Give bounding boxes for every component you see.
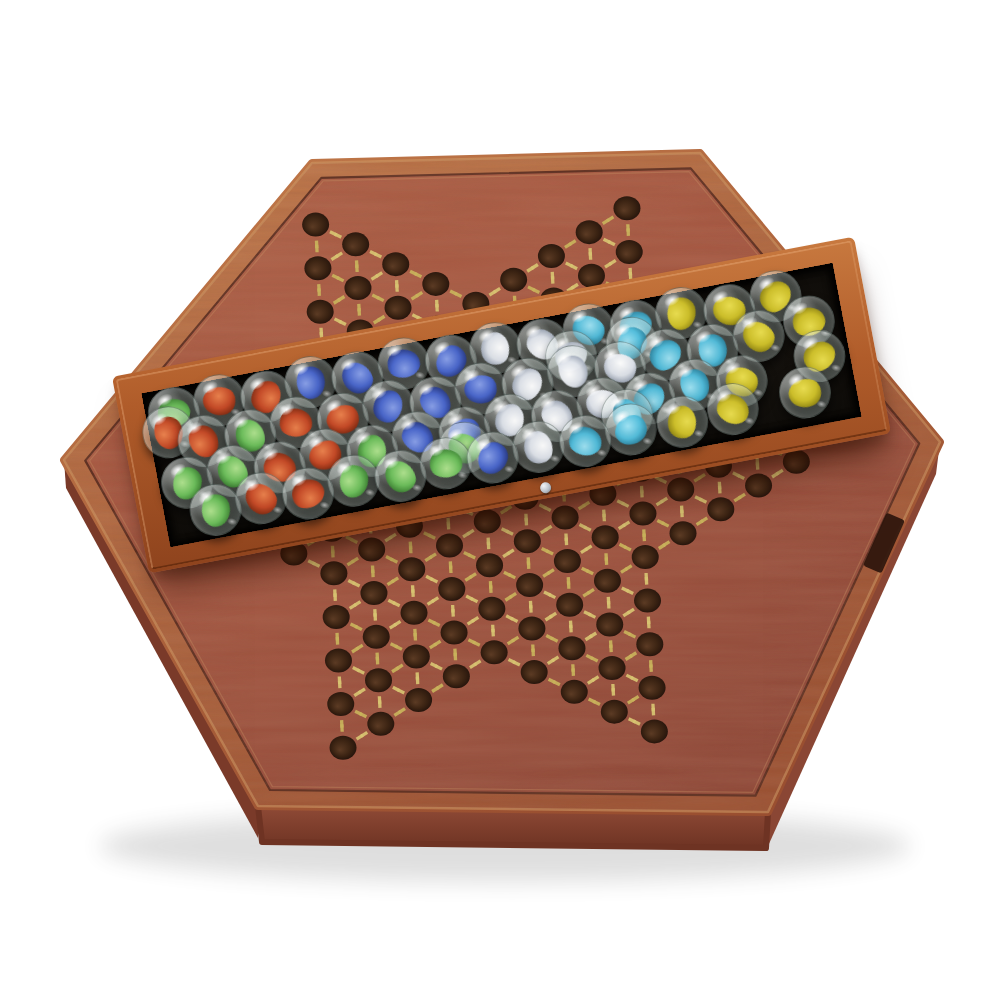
board-hole[interactable] [320,561,347,585]
board-hole[interactable] [561,680,588,704]
board-hole[interactable] [616,240,643,264]
board-hole[interactable] [344,276,371,300]
product-photo-scene [0,0,1002,1002]
marble-highlight-small [503,464,514,473]
board-hole[interactable] [632,545,659,569]
marble-highlight-small [226,517,237,526]
board-hole[interactable] [554,549,581,573]
board-hole[interactable] [382,252,409,276]
board-hole[interactable] [613,196,640,220]
board-hole[interactable] [518,617,545,641]
board-hole[interactable] [599,656,626,680]
board-hole[interactable] [385,296,412,320]
board-hole[interactable] [401,601,428,625]
board-hole[interactable] [641,719,668,743]
board-hole[interactable] [783,450,810,474]
board-hole[interactable] [403,644,430,668]
board-hole[interactable] [325,649,352,673]
marble-highlight-small [318,500,329,509]
board-hole[interactable] [592,525,619,549]
marble-highlight-small [830,363,841,372]
board-hole[interactable] [500,268,527,292]
marble-highlight-small [641,436,652,445]
board-hole[interactable] [514,529,541,553]
board-hole[interactable] [358,538,385,562]
board-hole[interactable] [481,640,508,664]
board-hole[interactable] [302,213,329,237]
board-hole[interactable] [596,612,623,636]
board-hole[interactable] [307,300,334,324]
board-hole[interactable] [360,581,387,605]
board-hole[interactable] [474,510,501,534]
board-hole[interactable] [367,712,394,736]
board-hole[interactable] [438,577,465,601]
board-hole[interactable] [441,621,468,645]
board-hole[interactable] [405,688,432,712]
marble-highlight-small [364,487,375,496]
board-hole[interactable] [576,220,603,244]
board-hole[interactable] [639,676,666,700]
board-hole[interactable] [601,700,628,724]
board-hole[interactable] [558,636,585,660]
board-hole[interactable] [667,478,694,502]
board-hole[interactable] [422,272,449,296]
marble-highlight-small [595,448,606,457]
board-hole[interactable] [552,506,579,530]
board-hole[interactable] [323,605,350,629]
board-hole[interactable] [327,692,354,716]
tray-metal-pin [539,481,552,494]
board-hole[interactable] [745,474,772,498]
marble-highlight-small [815,399,826,408]
marble-highlight-small [692,428,703,437]
board-hole[interactable] [363,625,390,649]
board-hole[interactable] [365,668,392,692]
board-hole[interactable] [330,736,357,760]
board-hole[interactable] [707,497,734,521]
marble-highlight-small [769,343,780,352]
board-hole[interactable] [634,589,661,613]
marble-highlight-small [411,483,422,492]
board-hole[interactable] [629,501,656,525]
board-hole[interactable] [478,597,505,621]
board-hole[interactable] [476,553,503,577]
marble-highlight-small [456,470,467,479]
board-hole[interactable] [304,256,331,280]
board-hole[interactable] [342,232,369,256]
board-hole[interactable] [556,593,583,617]
board-hole[interactable] [521,660,548,684]
board-hole[interactable] [594,569,621,593]
board-hole[interactable] [670,521,697,545]
board-hole[interactable] [443,664,470,688]
marble-highlight-small [271,505,282,514]
board-hole[interactable] [398,557,425,581]
board-hole[interactable] [436,533,463,557]
board-hole[interactable] [516,573,543,597]
board-hole[interactable] [636,632,663,656]
marble-highlight-small [549,453,560,462]
marble-highlight-small [743,416,754,425]
board-hole[interactable] [538,244,565,268]
